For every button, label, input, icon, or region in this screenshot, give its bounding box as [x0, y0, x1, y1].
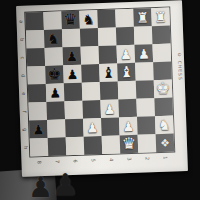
square-b1[interactable] — [48, 137, 67, 156]
square-c4[interactable] — [64, 83, 83, 102]
square-a7[interactable] — [26, 30, 45, 49]
square-e8[interactable] — [97, 9, 116, 28]
square-e7[interactable] — [98, 27, 117, 46]
square-a8[interactable] — [25, 12, 44, 31]
square-c1[interactable] — [66, 137, 85, 156]
chess-board[interactable]: ♛♞♜♜♞♟♟♟♚♟♝♝♟♚♟♟♟♟♞♛❖ — [25, 8, 174, 157]
photo-stage: abcdefgh ♛♞♜♜♞♟♟♟♚♟♝♝♟♚♟♟♟♟♞♛❖ 87654321 … — [0, 0, 200, 200]
square-h7[interactable] — [152, 26, 171, 45]
piece-black-pawn[interactable]: ♟ — [49, 86, 61, 99]
square-c5[interactable]: ♟ — [63, 65, 82, 84]
square-f6[interactable]: ♟ — [117, 45, 136, 64]
square-b6[interactable] — [45, 47, 64, 66]
square-d1[interactable] — [84, 136, 103, 155]
square-a6[interactable] — [27, 48, 46, 67]
square-h4[interactable]: ♚ — [154, 80, 173, 99]
square-b7[interactable]: ♞ — [44, 29, 63, 48]
square-h6[interactable] — [152, 44, 171, 63]
square-f4[interactable] — [118, 81, 137, 100]
square-h8[interactable]: ♜ — [151, 8, 170, 27]
square-g3[interactable] — [136, 98, 155, 117]
piece-black-knight[interactable]: ♞ — [82, 12, 95, 26]
piece-white-pawn[interactable]: ♟ — [138, 47, 150, 60]
square-c3[interactable] — [64, 101, 83, 120]
square-g2[interactable] — [137, 116, 156, 135]
square-h2[interactable]: ♞ — [155, 116, 174, 135]
square-g8[interactable]: ♜ — [133, 8, 152, 27]
piece-white-pawn[interactable]: ♟ — [104, 102, 116, 115]
square-f5[interactable]: ♝ — [117, 63, 136, 82]
square-g7[interactable] — [134, 26, 153, 45]
square-f2[interactable]: ♟ — [119, 117, 138, 136]
square-h5[interactable] — [153, 62, 172, 81]
square-g1[interactable] — [138, 134, 157, 153]
board-sheet: abcdefgh ♛♞♜♜♞♟♟♟♚♟♝♝♟♚♟♟♟♟♞♛❖ 87654321 … — [16, 0, 188, 177]
piece-white-queen[interactable]: ♛ — [122, 136, 137, 152]
piece-white-bishop[interactable]: ♝ — [119, 64, 133, 79]
square-d4[interactable] — [82, 82, 101, 101]
piece-white-king[interactable]: ♚ — [156, 81, 171, 97]
square-d5[interactable] — [81, 64, 100, 83]
square-c2[interactable] — [65, 119, 84, 138]
piece-white-knight[interactable]: ♞ — [158, 118, 171, 132]
square-c7[interactable] — [62, 29, 81, 48]
square-f3[interactable] — [118, 99, 137, 118]
square-b8[interactable] — [43, 11, 62, 30]
piece-black-knight[interactable]: ♞ — [47, 31, 60, 45]
square-d3[interactable] — [82, 100, 101, 119]
square-a5[interactable] — [27, 66, 46, 85]
square-e4[interactable] — [100, 81, 119, 100]
piece-white-pawn[interactable]: ♟ — [86, 121, 98, 134]
piece-black-pawn[interactable]: ♟ — [32, 123, 44, 136]
square-g6[interactable]: ♟ — [134, 44, 153, 63]
square-d6[interactable] — [81, 46, 100, 65]
square-f8[interactable] — [115, 9, 134, 28]
square-b4[interactable]: ♟ — [46, 83, 65, 102]
square-d7[interactable] — [80, 28, 99, 47]
piece-white-pawn[interactable]: ♟ — [120, 47, 132, 60]
square-e3[interactable]: ♟ — [100, 99, 119, 118]
square-h3[interactable] — [154, 98, 173, 117]
square-f1[interactable]: ♛ — [120, 135, 139, 154]
square-e2[interactable] — [101, 117, 120, 136]
square-a3[interactable] — [28, 102, 47, 121]
square-b5[interactable]: ♚ — [45, 65, 64, 84]
square-a2[interactable]: ♟ — [29, 120, 48, 139]
square-g5[interactable] — [135, 62, 154, 81]
square-c8[interactable]: ♛ — [61, 11, 80, 30]
square-e1[interactable] — [102, 135, 121, 154]
piece-black-king[interactable]: ♚ — [47, 66, 62, 82]
square-d2[interactable]: ♟ — [83, 118, 102, 137]
square-a4[interactable] — [28, 84, 47, 103]
square-b3[interactable] — [46, 101, 65, 120]
square-a1[interactable] — [30, 138, 49, 157]
piece-white-pawn[interactable]: ♟ — [122, 119, 134, 132]
square-d8[interactable]: ♞ — [79, 10, 98, 29]
square-h1[interactable]: ❖ — [156, 134, 175, 153]
square-g4[interactable] — [136, 80, 155, 99]
square-e6[interactable] — [99, 45, 118, 64]
board-brand-text: © CHESS — [177, 52, 183, 81]
piece-black-bishop[interactable]: ♝ — [101, 65, 115, 80]
piece-black-pawn[interactable]: ♟ — [66, 49, 78, 62]
piece-black-pawn[interactable]: ♟ — [66, 67, 78, 80]
square-f7[interactable] — [116, 27, 135, 46]
compass-logo-icon: ❖ — [160, 137, 170, 148]
piece-black-queen[interactable]: ♛ — [63, 12, 78, 28]
piece-white-rook[interactable]: ♜ — [136, 10, 149, 24]
piece-white-rook[interactable]: ♜ — [154, 10, 167, 24]
square-b2[interactable] — [47, 119, 66, 138]
square-c6[interactable]: ♟ — [63, 47, 82, 66]
square-e5[interactable]: ♝ — [99, 63, 118, 82]
